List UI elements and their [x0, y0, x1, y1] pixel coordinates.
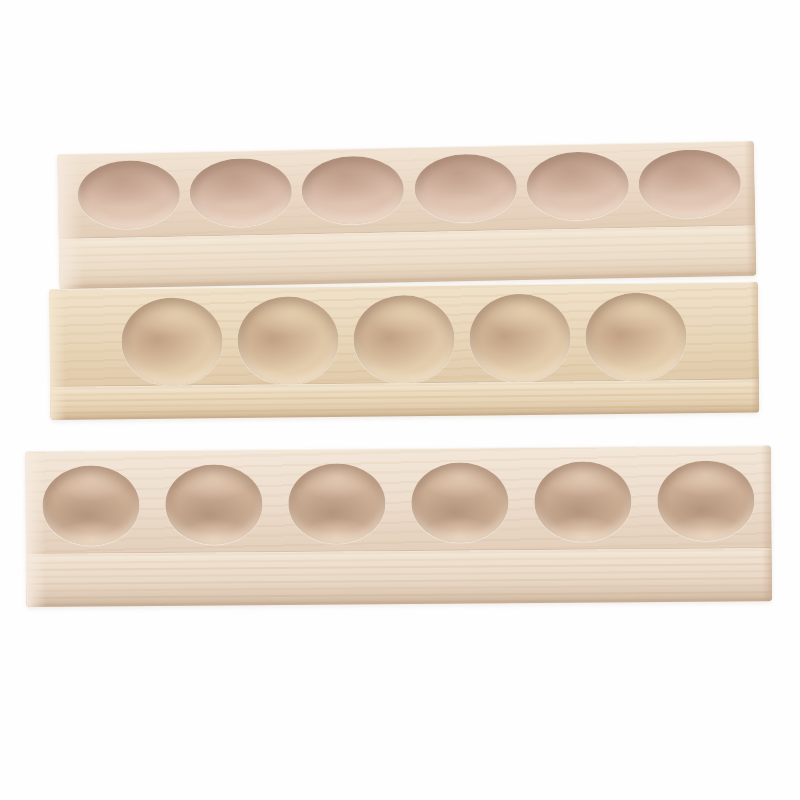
rack-bottom-front-face — [26, 548, 772, 607]
rack-bottom-top-face — [25, 445, 772, 554]
hole-cell — [184, 157, 298, 236]
drilled-hole-bottom-3 — [288, 463, 386, 544]
hole-cell — [152, 464, 276, 553]
drilled-hole-top-2 — [189, 158, 292, 228]
drilled-hole-top-5 — [526, 151, 629, 221]
hole-cell — [72, 160, 186, 239]
hole-cell — [633, 149, 747, 228]
hole-cell — [409, 153, 523, 232]
hole-cell — [345, 295, 462, 384]
rack-middle-top-face — [49, 282, 759, 387]
hole-cell — [644, 460, 768, 549]
hole-cell — [275, 463, 399, 552]
product-photo — [0, 0, 800, 800]
hole-cell — [578, 292, 695, 381]
rack-bottom — [25, 445, 772, 607]
rack-bottom-hole-row — [25, 445, 772, 554]
hole-cell — [296, 155, 410, 234]
hole-cell — [229, 296, 346, 385]
drilled-hole-top-4 — [414, 153, 517, 223]
hole-cell — [521, 151, 635, 230]
drilled-hole-middle-2 — [237, 296, 339, 385]
rack-top-top-face — [57, 141, 756, 239]
drilled-hole-top-6 — [638, 149, 741, 219]
rack-top — [57, 141, 756, 289]
drilled-hole-middle-5 — [585, 292, 687, 381]
hole-cell — [521, 461, 645, 550]
hole-cell — [462, 293, 579, 382]
rack-middle-hole-row — [49, 282, 759, 387]
drilled-hole-middle-1 — [121, 297, 223, 386]
hole-cell — [113, 297, 230, 386]
drilled-hole-bottom-6 — [657, 460, 755, 541]
hole-cell — [29, 465, 153, 554]
rack-top-hole-row — [57, 141, 756, 239]
drilled-hole-top-1 — [77, 160, 180, 230]
rack-middle — [49, 282, 759, 420]
drilled-hole-bottom-4 — [411, 462, 509, 543]
drilled-hole-bottom-5 — [534, 461, 632, 542]
drilled-hole-middle-3 — [353, 295, 455, 384]
drilled-hole-bottom-1 — [42, 465, 140, 546]
rack-middle-front-face — [50, 380, 759, 420]
drilled-hole-middle-4 — [469, 294, 571, 383]
drilled-hole-bottom-2 — [165, 464, 263, 545]
drilled-hole-top-3 — [302, 155, 405, 225]
hole-cell — [398, 462, 522, 551]
